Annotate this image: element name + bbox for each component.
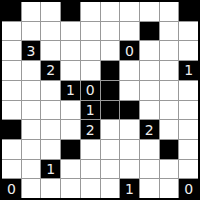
clue-cell-r4-c4: 0 — [81, 81, 100, 100]
cell-r1-c6[interactable] — [120, 22, 139, 41]
cell-r5-c8[interactable] — [160, 101, 179, 120]
cell-r9-c2[interactable] — [41, 179, 60, 198]
cell-r4-c7[interactable] — [140, 81, 159, 100]
cell-r5-c5 — [101, 101, 120, 120]
cell-r8-c1[interactable] — [22, 160, 41, 179]
cell-r4-c2[interactable] — [41, 81, 60, 100]
cell-r0-c3 — [61, 2, 80, 21]
clue-cell-r3-c9: 1 — [179, 61, 198, 80]
cell-r5-c1[interactable] — [22, 101, 41, 120]
cell-r2-c7[interactable] — [140, 41, 159, 60]
cell-r4-c9[interactable] — [179, 81, 198, 100]
cell-r8-c8[interactable] — [160, 160, 179, 179]
cell-r3-c3[interactable] — [61, 61, 80, 80]
cell-r5-c6 — [120, 101, 139, 120]
cell-r2-c5[interactable] — [101, 41, 120, 60]
cell-r7-c9[interactable] — [179, 140, 198, 159]
cell-r1-c3[interactable] — [61, 22, 80, 41]
puzzle-screen: 3021101221010 — [0, 0, 200, 200]
cell-r2-c0[interactable] — [2, 41, 21, 60]
clue-cell-r3-c2: 2 — [41, 61, 60, 80]
cell-r1-c1[interactable] — [22, 22, 41, 41]
cell-r0-c4[interactable] — [81, 2, 100, 21]
cell-r7-c6[interactable] — [120, 140, 139, 159]
cell-r1-c9[interactable] — [179, 22, 198, 41]
cell-r3-c7[interactable] — [140, 61, 159, 80]
clue-cell-r2-c1: 3 — [22, 41, 41, 60]
cell-r5-c9[interactable] — [179, 101, 198, 120]
cell-r6-c6[interactable] — [120, 120, 139, 139]
clue-cell-r9-c6: 1 — [120, 179, 139, 198]
cell-r6-c3[interactable] — [61, 120, 80, 139]
cell-r5-c7[interactable] — [140, 101, 159, 120]
cell-r1-c2[interactable] — [41, 22, 60, 41]
cell-r7-c1[interactable] — [22, 140, 41, 159]
clue-cell-r9-c0: 0 — [2, 179, 21, 198]
cell-r6-c9[interactable] — [179, 120, 198, 139]
puzzle-board: 3021101221010 — [0, 0, 200, 200]
clue-cell-r2-c6: 0 — [120, 41, 139, 60]
cell-r8-c3[interactable] — [61, 160, 80, 179]
cell-r8-c4[interactable] — [81, 160, 100, 179]
cell-r3-c5 — [101, 61, 120, 80]
cell-r9-c7[interactable] — [140, 179, 159, 198]
cell-r0-c5[interactable] — [101, 2, 120, 21]
cell-r9-c3[interactable] — [61, 179, 80, 198]
cell-r5-c2[interactable] — [41, 101, 60, 120]
cell-r1-c4[interactable] — [81, 22, 100, 41]
cell-r8-c5[interactable] — [101, 160, 120, 179]
cell-r6-c0 — [2, 120, 21, 139]
cell-r6-c8[interactable] — [160, 120, 179, 139]
cell-r6-c5[interactable] — [101, 120, 120, 139]
cell-r0-c0 — [2, 2, 21, 21]
cell-r3-c8[interactable] — [160, 61, 179, 80]
cell-r9-c4[interactable] — [81, 179, 100, 198]
clue-cell-r8-c2: 1 — [41, 160, 60, 179]
cell-r8-c9[interactable] — [179, 160, 198, 179]
cell-r2-c3[interactable] — [61, 41, 80, 60]
cell-r9-c5[interactable] — [101, 179, 120, 198]
cell-r5-c0[interactable] — [2, 101, 21, 120]
cell-r7-c2[interactable] — [41, 140, 60, 159]
cell-r1-c7 — [140, 22, 159, 41]
cell-r7-c7[interactable] — [140, 140, 159, 159]
cell-r0-c6[interactable] — [120, 2, 139, 21]
clue-cell-r5-c4: 1 — [81, 101, 100, 120]
cell-r4-c1[interactable] — [22, 81, 41, 100]
cell-r3-c1[interactable] — [22, 61, 41, 80]
clue-cell-r9-c9: 0 — [179, 179, 198, 198]
cell-r8-c7[interactable] — [140, 160, 159, 179]
cell-r4-c8[interactable] — [160, 81, 179, 100]
cell-r2-c9[interactable] — [179, 41, 198, 60]
cell-r0-c8[interactable] — [160, 2, 179, 21]
clue-cell-r6-c7: 2 — [140, 120, 159, 139]
cell-r7-c3 — [61, 140, 80, 159]
cell-r4-c5 — [101, 81, 120, 100]
cell-r7-c0[interactable] — [2, 140, 21, 159]
cell-r0-c9 — [179, 2, 198, 21]
cell-r7-c5[interactable] — [101, 140, 120, 159]
cell-r9-c8[interactable] — [160, 179, 179, 198]
cell-r0-c7[interactable] — [140, 2, 159, 21]
cell-r7-c8 — [160, 140, 179, 159]
cell-r3-c4[interactable] — [81, 61, 100, 80]
cell-r2-c8[interactable] — [160, 41, 179, 60]
clue-cell-r6-c4: 2 — [81, 120, 100, 139]
cell-r3-c0[interactable] — [2, 61, 21, 80]
cell-r1-c8[interactable] — [160, 22, 179, 41]
cell-r4-c6[interactable] — [120, 81, 139, 100]
cell-r6-c1[interactable] — [22, 120, 41, 139]
cell-r3-c6[interactable] — [120, 61, 139, 80]
cell-r7-c4[interactable] — [81, 140, 100, 159]
cell-r1-c5[interactable] — [101, 22, 120, 41]
cell-r2-c2[interactable] — [41, 41, 60, 60]
cell-r0-c1[interactable] — [22, 2, 41, 21]
cell-r9-c1[interactable] — [22, 179, 41, 198]
cell-r8-c6[interactable] — [120, 160, 139, 179]
cell-r1-c0[interactable] — [2, 22, 21, 41]
cell-r2-c4[interactable] — [81, 41, 100, 60]
cell-r8-c0[interactable] — [2, 160, 21, 179]
cell-r5-c3[interactable] — [61, 101, 80, 120]
clue-cell-r4-c3: 1 — [61, 81, 80, 100]
cell-r0-c2[interactable] — [41, 2, 60, 21]
cell-r6-c2[interactable] — [41, 120, 60, 139]
cell-r4-c0[interactable] — [2, 81, 21, 100]
